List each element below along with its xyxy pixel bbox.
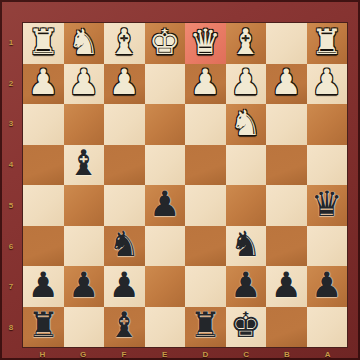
square-d1[interactable]: ♛ — [185, 23, 226, 64]
file-label-c: C — [226, 349, 267, 360]
square-c2[interactable]: ♟ — [226, 64, 267, 105]
black-rook: ♜ — [190, 308, 221, 343]
file-label-d: D — [185, 349, 226, 360]
square-b4[interactable] — [266, 145, 307, 186]
white-pawn: ♟ — [68, 65, 99, 100]
black-pawn: ♟ — [311, 268, 342, 303]
file-label-b: B — [267, 349, 308, 360]
square-g4[interactable]: ♝ — [64, 145, 105, 186]
square-h1[interactable]: ♜ — [23, 23, 64, 64]
square-h7[interactable]: ♟ — [23, 266, 64, 307]
rank-label-5: 5 — [0, 185, 22, 226]
square-d5[interactable] — [185, 185, 226, 226]
square-f7[interactable]: ♟ — [104, 266, 145, 307]
white-rook: ♜ — [311, 25, 342, 60]
file-label-f: F — [104, 349, 145, 360]
rank-label-4: 4 — [0, 144, 22, 185]
square-b5[interactable] — [266, 185, 307, 226]
square-a8[interactable] — [307, 307, 348, 348]
square-g6[interactable] — [64, 226, 105, 267]
black-pawn: ♟ — [230, 268, 261, 303]
square-c1[interactable]: ♝ — [226, 23, 267, 64]
black-bishop: ♝ — [68, 146, 99, 181]
square-c6[interactable]: ♞ — [226, 226, 267, 267]
square-e8[interactable] — [145, 307, 186, 348]
square-g3[interactable] — [64, 104, 105, 145]
file-label-e: E — [144, 349, 185, 360]
black-queen: ♛ — [311, 187, 342, 222]
square-c7[interactable]: ♟ — [226, 266, 267, 307]
chess-board-frame: 12345678 ♜♞♝♚♛♝♜♟♟♟♟♟♟♟♞♝♟♛♞♞♟♟♟♟♟♟♜♝♜♚ … — [0, 0, 360, 360]
square-a1[interactable]: ♜ — [307, 23, 348, 64]
square-a7[interactable]: ♟ — [307, 266, 348, 307]
square-b1[interactable] — [266, 23, 307, 64]
black-pawn: ♟ — [28, 268, 59, 303]
black-pawn: ♟ — [68, 268, 99, 303]
square-d8[interactable]: ♜ — [185, 307, 226, 348]
rank-label-7: 7 — [0, 267, 22, 308]
black-bishop: ♝ — [109, 308, 140, 343]
white-bishop: ♝ — [109, 25, 140, 60]
square-g1[interactable]: ♞ — [64, 23, 105, 64]
rank-labels: 12345678 — [0, 22, 22, 348]
black-pawn: ♟ — [271, 268, 302, 303]
square-b2[interactable]: ♟ — [266, 64, 307, 105]
square-f1[interactable]: ♝ — [104, 23, 145, 64]
square-d7[interactable] — [185, 266, 226, 307]
square-h8[interactable]: ♜ — [23, 307, 64, 348]
file-label-g: G — [63, 349, 104, 360]
square-e5[interactable]: ♟ — [145, 185, 186, 226]
white-pawn: ♟ — [190, 65, 221, 100]
rank-label-2: 2 — [0, 63, 22, 104]
white-bishop: ♝ — [230, 25, 261, 60]
black-rook: ♜ — [28, 308, 59, 343]
square-g8[interactable] — [64, 307, 105, 348]
white-pawn: ♟ — [28, 65, 59, 100]
square-h2[interactable]: ♟ — [23, 64, 64, 105]
square-f2[interactable]: ♟ — [104, 64, 145, 105]
square-b7[interactable]: ♟ — [266, 266, 307, 307]
square-f6[interactable]: ♞ — [104, 226, 145, 267]
square-e7[interactable] — [145, 266, 186, 307]
black-king: ♚ — [230, 308, 261, 343]
square-c5[interactable] — [226, 185, 267, 226]
square-e3[interactable] — [145, 104, 186, 145]
file-labels: HGFEDCBA — [22, 349, 348, 360]
square-b8[interactable] — [266, 307, 307, 348]
square-d3[interactable] — [185, 104, 226, 145]
square-g2[interactable]: ♟ — [64, 64, 105, 105]
black-knight: ♞ — [230, 227, 261, 262]
file-label-h: H — [22, 349, 63, 360]
white-pawn: ♟ — [109, 65, 140, 100]
square-h3[interactable] — [23, 104, 64, 145]
square-e4[interactable] — [145, 145, 186, 186]
white-knight: ♞ — [68, 25, 99, 60]
square-e6[interactable] — [145, 226, 186, 267]
square-h6[interactable] — [23, 226, 64, 267]
square-c8[interactable]: ♚ — [226, 307, 267, 348]
square-c3[interactable]: ♞ — [226, 104, 267, 145]
square-a3[interactable] — [307, 104, 348, 145]
square-a5[interactable]: ♛ — [307, 185, 348, 226]
square-a2[interactable]: ♟ — [307, 64, 348, 105]
white-pawn: ♟ — [271, 65, 302, 100]
square-a4[interactable] — [307, 145, 348, 186]
chess-board: ♜♞♝♚♛♝♜♟♟♟♟♟♟♟♞♝♟♛♞♞♟♟♟♟♟♟♜♝♜♚ — [22, 22, 348, 348]
rank-label-6: 6 — [0, 226, 22, 267]
square-h5[interactable] — [23, 185, 64, 226]
white-queen: ♛ — [190, 25, 221, 60]
square-f5[interactable] — [104, 185, 145, 226]
square-g7[interactable]: ♟ — [64, 266, 105, 307]
rank-label-8: 8 — [0, 307, 22, 348]
rank-label-3: 3 — [0, 104, 22, 145]
square-f3[interactable] — [104, 104, 145, 145]
file-label-a: A — [307, 349, 348, 360]
square-f4[interactable] — [104, 145, 145, 186]
square-c4[interactable] — [226, 145, 267, 186]
square-h4[interactable] — [23, 145, 64, 186]
white-pawn: ♟ — [230, 65, 261, 100]
square-a6[interactable] — [307, 226, 348, 267]
square-f8[interactable]: ♝ — [104, 307, 145, 348]
white-pawn: ♟ — [311, 65, 342, 100]
square-g5[interactable] — [64, 185, 105, 226]
white-rook: ♜ — [28, 25, 59, 60]
square-b6[interactable] — [266, 226, 307, 267]
white-king: ♚ — [149, 25, 180, 60]
black-pawn: ♟ — [149, 187, 180, 222]
rank-label-1: 1 — [0, 22, 22, 63]
square-e1[interactable]: ♚ — [145, 23, 186, 64]
square-d4[interactable] — [185, 145, 226, 186]
black-pawn: ♟ — [109, 268, 140, 303]
white-knight: ♞ — [230, 106, 261, 141]
square-d2[interactable]: ♟ — [185, 64, 226, 105]
square-b3[interactable] — [266, 104, 307, 145]
square-d6[interactable] — [185, 226, 226, 267]
square-e2[interactable] — [145, 64, 186, 105]
black-knight: ♞ — [109, 227, 140, 262]
